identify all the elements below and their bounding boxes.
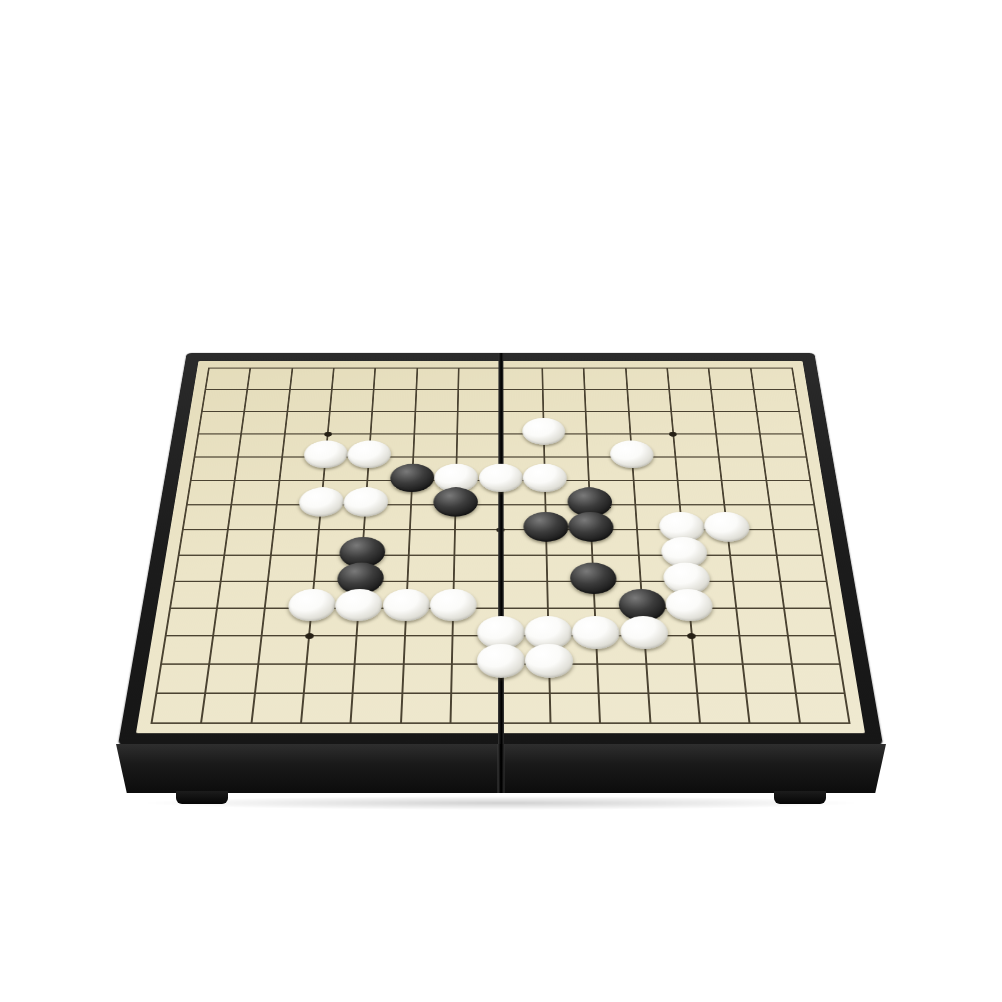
go-stone-white[interactable] bbox=[522, 418, 565, 445]
go-stone-white[interactable] bbox=[478, 464, 522, 492]
star-point bbox=[305, 633, 314, 639]
star-point bbox=[669, 432, 677, 437]
go-stone-black[interactable] bbox=[568, 512, 614, 542]
fold-seam-front bbox=[498, 744, 505, 793]
go-stone-white[interactable] bbox=[572, 616, 621, 649]
fold-seam bbox=[498, 353, 504, 745]
go-stone-white[interactable] bbox=[476, 644, 524, 678]
ground-shadow bbox=[140, 796, 862, 810]
go-stone-black[interactable] bbox=[523, 512, 569, 542]
go-stone-black[interactable] bbox=[570, 563, 618, 594]
go-stone-white[interactable] bbox=[523, 464, 568, 492]
board-front-edge bbox=[116, 744, 886, 793]
go-stone-white[interactable] bbox=[525, 644, 574, 678]
star-point bbox=[687, 633, 696, 639]
product-photo-canvas bbox=[0, 0, 1002, 1002]
star-point bbox=[324, 432, 332, 437]
go-board bbox=[118, 353, 883, 745]
